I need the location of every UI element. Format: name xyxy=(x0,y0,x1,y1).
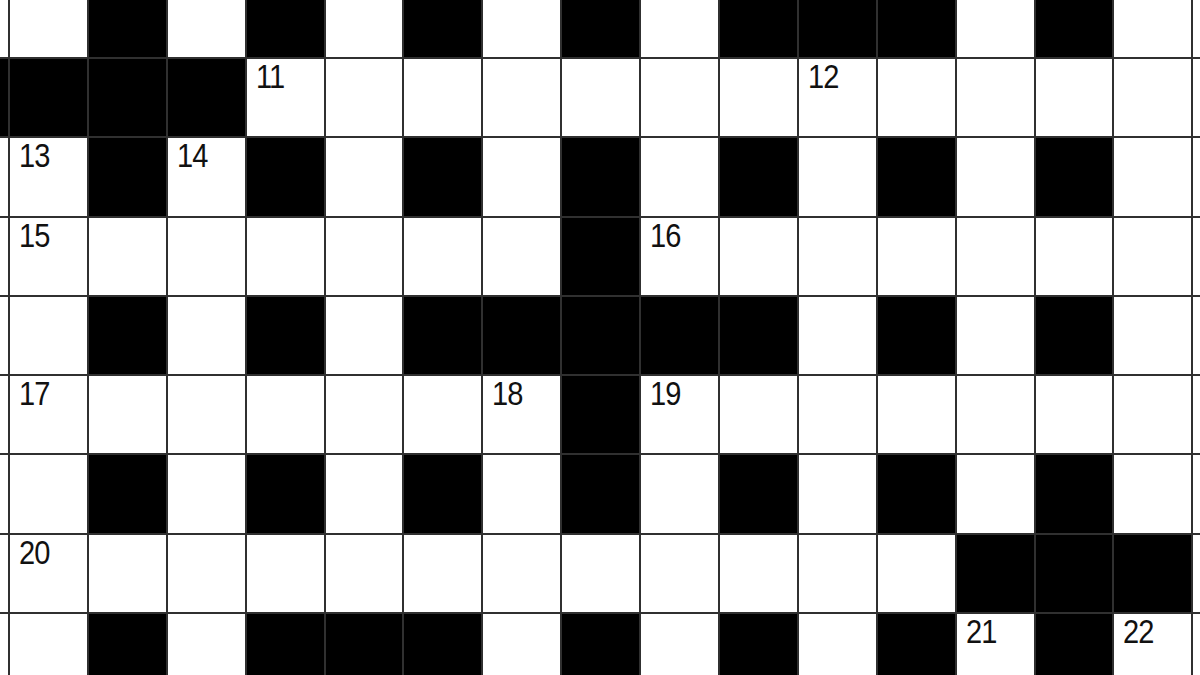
cell-2-3-white[interactable]: 14 xyxy=(168,138,245,215)
cell-3-9-white[interactable]: 16 xyxy=(641,218,718,295)
cell-7-13-black xyxy=(957,535,1034,612)
cell-1-5-white[interactable] xyxy=(326,59,403,136)
cell-6-3-white[interactable] xyxy=(168,455,245,532)
cell-7-2-white[interactable] xyxy=(89,535,166,612)
cell-4-14-black xyxy=(1036,297,1113,374)
cell-5-16-white[interactable] xyxy=(1193,376,1200,453)
cell-3-8-black xyxy=(562,218,639,295)
cell-8-14-black xyxy=(1036,614,1113,675)
cell-8-2-black xyxy=(89,614,166,675)
cell-0-11-black xyxy=(799,0,876,57)
cell-5-11-white[interactable] xyxy=(799,376,876,453)
cell-5-6-white[interactable] xyxy=(404,376,481,453)
cell-5-8-black xyxy=(562,376,639,453)
cell-3-4-white[interactable] xyxy=(247,218,324,295)
cell-1-8-white[interactable] xyxy=(562,59,639,136)
cell-0-10-black xyxy=(720,0,797,57)
crossword-board: 111213141516171819202122 xyxy=(0,0,1200,675)
cell-2-1-white[interactable]: 13 xyxy=(10,138,87,215)
cell-1-6-white[interactable] xyxy=(404,59,481,136)
cell-4-3-white[interactable] xyxy=(168,297,245,374)
clue-number-11: 11 xyxy=(256,60,284,93)
cell-6-2-black xyxy=(89,455,166,532)
cell-8-8-black xyxy=(562,614,639,675)
cell-2-5-white[interactable] xyxy=(326,138,403,215)
cell-7-11-white[interactable] xyxy=(799,535,876,612)
cell-7-16-white[interactable] xyxy=(1193,535,1200,612)
cell-1-14-white[interactable] xyxy=(1036,59,1113,136)
cell-7-15-black xyxy=(1114,535,1191,612)
cell-4-0-white[interactable] xyxy=(0,297,8,374)
crossword-grid: 111213141516171819202122 xyxy=(0,0,1200,675)
cell-6-0-white[interactable] xyxy=(0,455,8,532)
cell-1-12-white[interactable] xyxy=(878,59,955,136)
cell-8-10-black xyxy=(720,614,797,675)
cell-7-0-white[interactable] xyxy=(0,535,8,612)
cell-6-5-white[interactable] xyxy=(326,455,403,532)
cell-3-12-white[interactable] xyxy=(878,218,955,295)
cell-4-4-black xyxy=(247,297,324,374)
cell-7-9-white[interactable] xyxy=(641,535,718,612)
cell-8-9-white[interactable] xyxy=(641,614,718,675)
cell-3-10-white[interactable] xyxy=(720,218,797,295)
cell-7-4-white[interactable] xyxy=(247,535,324,612)
cell-8-16-white[interactable] xyxy=(1193,614,1200,675)
cell-4-2-black xyxy=(89,297,166,374)
clue-number-14: 14 xyxy=(177,139,208,172)
cell-5-15-white[interactable] xyxy=(1114,376,1191,453)
cell-5-0-white[interactable] xyxy=(0,376,8,453)
cell-0-3-white[interactable] xyxy=(168,0,245,57)
cell-7-5-white[interactable] xyxy=(326,535,403,612)
cell-1-15-white[interactable] xyxy=(1114,59,1191,136)
cell-5-5-white[interactable] xyxy=(326,376,403,453)
cell-0-6-black xyxy=(404,0,481,57)
cell-4-16-white[interactable] xyxy=(1193,297,1200,374)
cell-4-7-black xyxy=(483,297,560,374)
cell-8-12-black xyxy=(878,614,955,675)
cell-5-1-white[interactable]: 17 xyxy=(10,376,87,453)
cell-5-3-white[interactable] xyxy=(168,376,245,453)
cell-7-8-white[interactable] xyxy=(562,535,639,612)
cell-0-15-white[interactable] xyxy=(1114,0,1191,57)
cell-4-15-white[interactable] xyxy=(1114,297,1191,374)
cell-6-4-black xyxy=(247,455,324,532)
cell-8-13-white[interactable]: 21 xyxy=(957,614,1034,675)
cell-1-9-white[interactable] xyxy=(641,59,718,136)
cell-6-9-white[interactable] xyxy=(641,455,718,532)
cell-2-0-white[interactable] xyxy=(0,138,8,215)
cell-2-10-black xyxy=(720,138,797,215)
cell-7-12-white[interactable] xyxy=(878,535,955,612)
cell-6-11-white[interactable] xyxy=(799,455,876,532)
clue-number-22: 22 xyxy=(1123,615,1154,648)
cell-0-14-black xyxy=(1036,0,1113,57)
cell-2-14-black xyxy=(1036,138,1113,215)
cell-0-5-white[interactable] xyxy=(326,0,403,57)
cell-5-2-white[interactable] xyxy=(89,376,166,453)
cell-3-11-white[interactable] xyxy=(799,218,876,295)
cell-8-3-white[interactable] xyxy=(168,614,245,675)
cell-7-3-white[interactable] xyxy=(168,535,245,612)
cell-1-2-black xyxy=(89,59,166,136)
cell-6-1-white[interactable] xyxy=(10,455,87,532)
cell-0-13-white[interactable] xyxy=(957,0,1034,57)
cell-5-14-white[interactable] xyxy=(1036,376,1113,453)
cell-0-12-black xyxy=(878,0,955,57)
cell-3-0-white[interactable] xyxy=(0,218,8,295)
cell-8-4-black xyxy=(247,614,324,675)
cell-1-16-white[interactable] xyxy=(1193,59,1200,136)
cell-7-14-black xyxy=(1036,535,1113,612)
cell-4-8-black xyxy=(562,297,639,374)
cell-6-6-black xyxy=(404,455,481,532)
cell-0-0-white[interactable] xyxy=(0,0,8,57)
cell-2-8-black xyxy=(562,138,639,215)
cell-5-9-white[interactable]: 19 xyxy=(641,376,718,453)
cell-3-6-white[interactable] xyxy=(404,218,481,295)
cell-5-13-white[interactable] xyxy=(957,376,1034,453)
clue-number-19: 19 xyxy=(650,377,681,410)
clue-number-20: 20 xyxy=(19,536,50,569)
clue-number-15: 15 xyxy=(19,219,50,252)
cell-8-1-white[interactable] xyxy=(10,614,87,675)
cell-4-6-black xyxy=(404,297,481,374)
cell-6-13-white[interactable] xyxy=(957,455,1034,532)
clue-number-17: 17 xyxy=(19,377,50,410)
cell-1-10-white[interactable] xyxy=(720,59,797,136)
cell-5-10-white[interactable] xyxy=(720,376,797,453)
cell-4-11-white[interactable] xyxy=(799,297,876,374)
clue-number-16: 16 xyxy=(650,219,681,252)
cell-1-7-white[interactable] xyxy=(483,59,560,136)
cell-6-12-black xyxy=(878,455,955,532)
cell-8-15-white[interactable]: 22 xyxy=(1114,614,1191,675)
cell-6-16-white[interactable] xyxy=(1193,455,1200,532)
cell-2-16-white[interactable] xyxy=(1193,138,1200,215)
cell-7-1-white[interactable]: 20 xyxy=(10,535,87,612)
cell-4-1-white[interactable] xyxy=(10,297,87,374)
cell-1-11-white[interactable]: 12 xyxy=(799,59,876,136)
cell-4-12-black xyxy=(878,297,955,374)
cell-6-10-black xyxy=(720,455,797,532)
cell-4-9-black xyxy=(641,297,718,374)
cell-3-3-white[interactable] xyxy=(168,218,245,295)
cell-4-10-black xyxy=(720,297,797,374)
cell-0-7-white[interactable] xyxy=(483,0,560,57)
cell-0-2-black xyxy=(89,0,166,57)
cell-6-14-black xyxy=(1036,455,1113,532)
cell-3-15-white[interactable] xyxy=(1114,218,1191,295)
cell-5-12-white[interactable] xyxy=(878,376,955,453)
cell-7-10-white[interactable] xyxy=(720,535,797,612)
cell-4-5-white[interactable] xyxy=(326,297,403,374)
cell-6-7-white[interactable] xyxy=(483,455,560,532)
clue-number-12: 12 xyxy=(808,60,839,93)
cell-2-9-white[interactable] xyxy=(641,138,718,215)
cell-2-13-white[interactable] xyxy=(957,138,1034,215)
cell-6-15-white[interactable] xyxy=(1114,455,1191,532)
cell-2-2-black xyxy=(89,138,166,215)
cell-3-5-white[interactable] xyxy=(326,218,403,295)
cell-6-8-black xyxy=(562,455,639,532)
cell-2-7-white[interactable] xyxy=(483,138,560,215)
cell-8-5-black xyxy=(326,614,403,675)
cell-1-13-white[interactable] xyxy=(957,59,1034,136)
cell-1-1-black xyxy=(10,59,87,136)
cell-3-16-white[interactable] xyxy=(1193,218,1200,295)
clue-number-13: 13 xyxy=(19,139,50,172)
cell-3-14-white[interactable] xyxy=(1036,218,1113,295)
cell-5-4-white[interactable] xyxy=(247,376,324,453)
cell-1-4-white[interactable]: 11 xyxy=(247,59,324,136)
cell-3-7-white[interactable] xyxy=(483,218,560,295)
cell-2-11-white[interactable] xyxy=(799,138,876,215)
cell-8-7-white[interactable] xyxy=(483,614,560,675)
clue-number-21: 21 xyxy=(966,615,997,648)
cell-0-8-black xyxy=(562,0,639,57)
cell-8-6-black xyxy=(404,614,481,675)
cell-0-16-white[interactable] xyxy=(1193,0,1200,57)
cell-7-6-white[interactable] xyxy=(404,535,481,612)
cell-3-2-white[interactable] xyxy=(89,218,166,295)
cell-3-1-white[interactable]: 15 xyxy=(10,218,87,295)
cell-0-4-black xyxy=(247,0,324,57)
cell-2-4-black xyxy=(247,138,324,215)
cell-8-0-white[interactable] xyxy=(0,614,8,675)
cell-8-11-white[interactable] xyxy=(799,614,876,675)
cell-3-13-white[interactable] xyxy=(957,218,1034,295)
cell-1-3-black xyxy=(168,59,245,136)
cell-1-0-black xyxy=(0,59,8,136)
cell-4-13-white[interactable] xyxy=(957,297,1034,374)
cell-0-1-white[interactable] xyxy=(10,0,87,57)
clue-number-18: 18 xyxy=(492,377,523,410)
cell-2-15-white[interactable] xyxy=(1114,138,1191,215)
cell-7-7-white[interactable] xyxy=(483,535,560,612)
cell-2-6-black xyxy=(404,138,481,215)
cell-0-9-white[interactable] xyxy=(641,0,718,57)
cell-2-12-black xyxy=(878,138,955,215)
cell-5-7-white[interactable]: 18 xyxy=(483,376,560,453)
